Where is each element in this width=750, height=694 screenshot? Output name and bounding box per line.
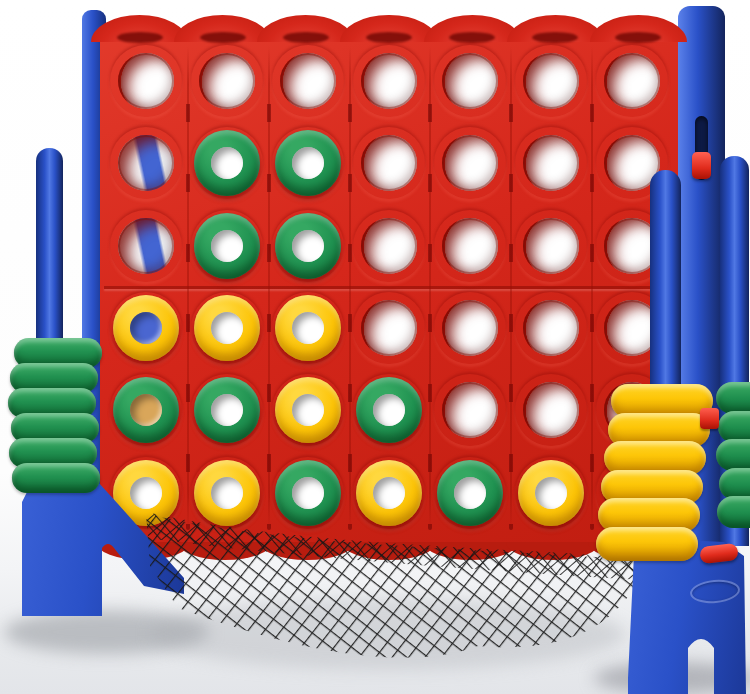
cell-r1c6 [510, 40, 591, 122]
green-stack-disc-far [716, 439, 750, 471]
cell-r4c1 [106, 287, 187, 369]
cell-r3c1 [106, 205, 187, 287]
green-stack-disc [12, 463, 100, 493]
green-ring-piece [356, 377, 422, 443]
empty-hole [523, 53, 579, 109]
right-far-ring-stack [716, 382, 750, 534]
empty-hole [442, 135, 498, 191]
release-slide-slot [695, 116, 708, 180]
cell-r5c2 [187, 369, 268, 451]
cell-r3c6 [510, 205, 591, 287]
yellow-ring-piece [275, 295, 341, 361]
cell-r4c6 [510, 287, 591, 369]
cell-r3c5 [429, 205, 510, 287]
cell-r1c5 [429, 40, 510, 122]
catch-net [138, 496, 650, 694]
left-post-ring-stack [8, 338, 104, 498]
cell-r2c2 [187, 122, 268, 204]
cell-r5c4 [349, 369, 430, 451]
cell-r1c7 [591, 40, 672, 122]
green-stack-disc-far [716, 382, 750, 414]
giant-connect-four-photo [0, 0, 750, 694]
drop-slot-6 [507, 15, 604, 42]
empty-hole [280, 53, 336, 109]
cell-r1c4 [349, 40, 430, 122]
empty-hole [199, 53, 255, 109]
empty-hole [523, 300, 579, 356]
brand-emblem-oval [689, 578, 741, 605]
empty-hole [361, 218, 417, 274]
empty-hole [442, 382, 498, 438]
empty-hole [523, 135, 579, 191]
game-board [100, 30, 678, 548]
green-ring-piece [194, 130, 260, 196]
empty-hole [118, 53, 174, 109]
cell-r2c3 [268, 122, 349, 204]
yellow-ring-piece [113, 295, 179, 361]
cell-r4c5 [429, 287, 510, 369]
empty-hole [604, 53, 660, 109]
cell-r1c3 [268, 40, 349, 122]
empty-hole [118, 218, 174, 274]
empty-hole [442, 300, 498, 356]
drop-slot-4 [340, 15, 437, 42]
cell-r5c5 [429, 369, 510, 451]
green-stack-disc-far [717, 496, 750, 528]
green-ring-piece [113, 377, 179, 443]
yellow-ring-piece [275, 377, 341, 443]
cell-r4c4 [349, 287, 430, 369]
empty-hole [361, 300, 417, 356]
cell-r2c1 [106, 122, 187, 204]
yellow-stack-disc [596, 527, 698, 561]
cell-r5c6 [510, 369, 591, 451]
board-top-scallops [98, 15, 680, 42]
cell-r4c3 [268, 287, 349, 369]
cell-r2c5 [429, 122, 510, 204]
cell-r5c1 [106, 369, 187, 451]
green-ring-piece [275, 130, 341, 196]
green-ring-piece [275, 213, 341, 279]
drop-slot-5 [424, 15, 521, 42]
cell-r1c1 [106, 40, 187, 122]
empty-hole [442, 53, 498, 109]
cell-r3c4 [349, 205, 430, 287]
empty-hole [361, 135, 417, 191]
empty-hole [442, 218, 498, 274]
cell-r3c3 [268, 205, 349, 287]
cell-r4c2 [187, 287, 268, 369]
cell-r3c2 [187, 205, 268, 287]
empty-hole [523, 218, 579, 274]
empty-hole [118, 135, 174, 191]
mid-right-red-slider [700, 408, 719, 429]
yellow-ring-piece [194, 295, 260, 361]
empty-hole [361, 53, 417, 109]
green-ring-piece [194, 377, 260, 443]
cell-r1c2 [187, 40, 268, 122]
cell-r2c4 [349, 122, 430, 204]
green-ring-piece [194, 213, 260, 279]
release-slide-red-knob [692, 152, 711, 179]
empty-hole [523, 382, 579, 438]
board-grid [106, 40, 672, 534]
cell-r5c3 [268, 369, 349, 451]
cell-r2c6 [510, 122, 591, 204]
drop-slot-7 [590, 15, 687, 42]
